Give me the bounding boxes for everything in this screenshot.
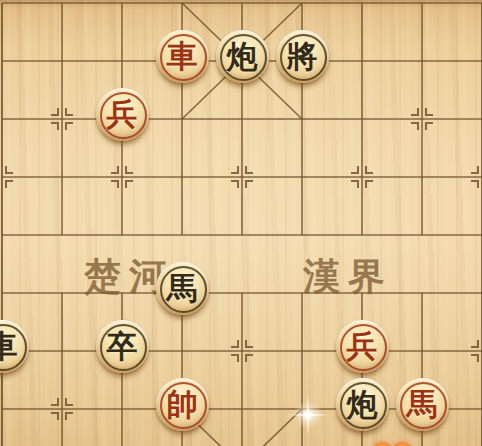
piece-black-炮[interactable]: 炮: [216, 30, 269, 83]
piece-black-炮[interactable]: 炮: [336, 378, 389, 431]
piece-black-卒[interactable]: 卒: [96, 320, 149, 373]
piece-black-將[interactable]: 將: [276, 30, 329, 83]
piece-red-馬[interactable]: 馬: [396, 378, 449, 431]
piece-red-帥[interactable]: 帥: [156, 378, 209, 431]
piece-glyph: 車: [167, 41, 198, 72]
piece-black-馬[interactable]: 馬: [156, 262, 209, 315]
piece-glyph: 車: [0, 331, 18, 362]
piece-glyph: 馬: [167, 273, 198, 304]
piece-glyph: 卒: [107, 331, 138, 362]
piece-glyph: 馬: [407, 389, 438, 420]
piece-glyph: 將: [287, 41, 318, 72]
piece-red-兵[interactable]: 兵: [96, 88, 149, 141]
river-label-han-jie: 漢界: [303, 257, 393, 297]
piece-glyph: 炮: [347, 389, 378, 420]
piece-glyph: 兵: [107, 99, 138, 130]
piece-red-車[interactable]: 車: [156, 30, 209, 83]
xiangqi-board[interactable]: 楚河 漢界 車炮將兵馬車卒兵帥炮馬: [0, 0, 482, 446]
piece-glyph: 帥: [167, 389, 198, 420]
piece-glyph: 兵: [347, 331, 378, 362]
piece-glyph: 炮: [227, 41, 258, 72]
piece-red-兵[interactable]: 兵: [336, 320, 389, 373]
